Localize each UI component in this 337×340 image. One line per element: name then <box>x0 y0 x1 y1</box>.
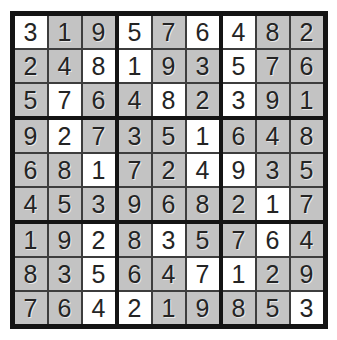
cell-r5c6[interactable]: 4 <box>187 154 219 186</box>
cell-r1c9[interactable]: 2 <box>291 16 323 48</box>
cell-r6c9[interactable]: 7 <box>291 188 323 220</box>
cell-r2c8[interactable]: 7 <box>257 50 289 82</box>
cell-r6c8[interactable]: 1 <box>257 188 289 220</box>
cell-r8c3[interactable]: 5 <box>83 258 115 290</box>
cell-r5c8[interactable]: 3 <box>257 154 289 186</box>
cell-r8c5[interactable]: 4 <box>153 258 185 290</box>
cell-r3c6[interactable]: 2 <box>187 84 219 116</box>
cell-r5c5[interactable]: 2 <box>153 154 185 186</box>
cell-r9c8[interactable]: 5 <box>257 292 289 324</box>
cell-r9c1[interactable]: 7 <box>15 292 47 324</box>
cell-r2c7[interactable]: 5 <box>223 50 255 82</box>
cell-r2c6[interactable]: 3 <box>187 50 219 82</box>
cell-r5c1[interactable]: 6 <box>15 154 47 186</box>
cell-r4c2[interactable]: 2 <box>49 120 81 152</box>
cell-r9c7[interactable]: 8 <box>223 292 255 324</box>
cell-r5c2[interactable]: 8 <box>49 154 81 186</box>
cell-r8c9[interactable]: 9 <box>291 258 323 290</box>
cell-r6c2[interactable]: 5 <box>49 188 81 220</box>
cell-r3c4[interactable]: 4 <box>119 84 151 116</box>
cell-r1c4[interactable]: 5 <box>119 16 151 48</box>
cell-r4c5[interactable]: 5 <box>153 120 185 152</box>
cell-r1c2[interactable]: 1 <box>49 16 81 48</box>
sudoku-box-2: 576193482 <box>119 16 219 116</box>
cell-r8c7[interactable]: 1 <box>223 258 255 290</box>
sudoku-box-4: 927681453 <box>15 120 115 220</box>
cell-r7c1[interactable]: 1 <box>15 224 47 256</box>
cell-r4c9[interactable]: 8 <box>291 120 323 152</box>
cell-r9c3[interactable]: 4 <box>83 292 115 324</box>
cell-r9c4[interactable]: 2 <box>119 292 151 324</box>
cell-r6c7[interactable]: 2 <box>223 188 255 220</box>
cell-r2c2[interactable]: 4 <box>49 50 81 82</box>
cell-r4c7[interactable]: 6 <box>223 120 255 152</box>
cell-r2c1[interactable]: 2 <box>15 50 47 82</box>
sudoku-box-5: 351724968 <box>119 120 219 220</box>
cell-r7c3[interactable]: 2 <box>83 224 115 256</box>
cell-r6c6[interactable]: 8 <box>187 188 219 220</box>
cell-r4c6[interactable]: 1 <box>187 120 219 152</box>
cell-r8c1[interactable]: 8 <box>15 258 47 290</box>
cell-r5c9[interactable]: 5 <box>291 154 323 186</box>
cell-r1c5[interactable]: 7 <box>153 16 185 48</box>
cell-r3c8[interactable]: 9 <box>257 84 289 116</box>
sudoku-box-1: 319248576 <box>15 16 115 116</box>
cell-r3c1[interactable]: 5 <box>15 84 47 116</box>
cell-r3c2[interactable]: 7 <box>49 84 81 116</box>
cell-r7c2[interactable]: 9 <box>49 224 81 256</box>
sudoku-box-8: 835647219 <box>119 224 219 324</box>
cell-r8c6[interactable]: 7 <box>187 258 219 290</box>
cell-r4c4[interactable]: 3 <box>119 120 151 152</box>
cell-r3c7[interactable]: 3 <box>223 84 255 116</box>
cell-r1c8[interactable]: 8 <box>257 16 289 48</box>
cell-r9c5[interactable]: 1 <box>153 292 185 324</box>
cell-r6c5[interactable]: 6 <box>153 188 185 220</box>
sudoku-box-6: 648935217 <box>223 120 323 220</box>
cell-r7c8[interactable]: 6 <box>257 224 289 256</box>
cell-r2c9[interactable]: 6 <box>291 50 323 82</box>
cell-r7c9[interactable]: 4 <box>291 224 323 256</box>
cell-r8c4[interactable]: 6 <box>119 258 151 290</box>
cell-r6c4[interactable]: 9 <box>119 188 151 220</box>
cell-r7c7[interactable]: 7 <box>223 224 255 256</box>
cell-r1c6[interactable]: 6 <box>187 16 219 48</box>
cell-r7c6[interactable]: 5 <box>187 224 219 256</box>
cell-r3c9[interactable]: 1 <box>291 84 323 116</box>
cell-r4c3[interactable]: 7 <box>83 120 115 152</box>
cell-r2c4[interactable]: 1 <box>119 50 151 82</box>
cell-r8c8[interactable]: 2 <box>257 258 289 290</box>
sudoku-board-wrapper: 3192485765761934824825763919276814533517… <box>10 11 328 329</box>
cell-r2c3[interactable]: 8 <box>83 50 115 82</box>
cell-r6c3[interactable]: 3 <box>83 188 115 220</box>
sudoku-box-9: 764129853 <box>223 224 323 324</box>
sudoku-box-3: 482576391 <box>223 16 323 116</box>
cell-r5c3[interactable]: 1 <box>83 154 115 186</box>
cell-r5c7[interactable]: 9 <box>223 154 255 186</box>
cell-r3c3[interactable]: 6 <box>83 84 115 116</box>
cell-r4c8[interactable]: 4 <box>257 120 289 152</box>
cell-r9c9[interactable]: 3 <box>291 292 323 324</box>
cell-r9c6[interactable]: 9 <box>187 292 219 324</box>
cell-r4c1[interactable]: 9 <box>15 120 47 152</box>
cell-r9c2[interactable]: 6 <box>49 292 81 324</box>
cell-r8c2[interactable]: 3 <box>49 258 81 290</box>
sudoku-box-7: 192835764 <box>15 224 115 324</box>
cell-r7c5[interactable]: 3 <box>153 224 185 256</box>
page: 3192485765761934824825763919276814533517… <box>0 0 337 340</box>
cell-r1c1[interactable]: 3 <box>15 16 47 48</box>
cell-r7c4[interactable]: 8 <box>119 224 151 256</box>
cell-r1c7[interactable]: 4 <box>223 16 255 48</box>
cell-r6c1[interactable]: 4 <box>15 188 47 220</box>
cell-r2c5[interactable]: 9 <box>153 50 185 82</box>
sudoku-board: 3192485765761934824825763919276814533517… <box>10 11 328 329</box>
cell-r3c5[interactable]: 8 <box>153 84 185 116</box>
cell-r1c3[interactable]: 9 <box>83 16 115 48</box>
cell-r5c4[interactable]: 7 <box>119 154 151 186</box>
